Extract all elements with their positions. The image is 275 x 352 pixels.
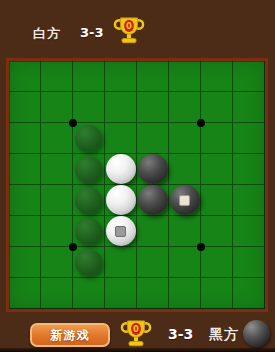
board-cell[interactable] — [73, 92, 105, 123]
board-cell[interactable] — [73, 216, 105, 247]
legal-move-hint[interactable] — [75, 125, 102, 152]
board-cell[interactable] — [9, 185, 41, 216]
board-cell[interactable] — [201, 61, 233, 92]
white-score: 3-3 — [80, 25, 104, 40]
bottom-edge-shadow — [0, 348, 275, 352]
board-cell[interactable] — [73, 154, 105, 185]
trophy-icon: 0 — [112, 16, 146, 46]
board-cell[interactable] — [41, 278, 73, 309]
board-cell[interactable] — [169, 247, 201, 278]
trophy-count: 0 — [133, 324, 139, 334]
board-cell[interactable] — [9, 216, 41, 247]
board-cell[interactable] — [137, 216, 169, 247]
board-cell[interactable] — [233, 123, 265, 154]
board-cell[interactable] — [73, 278, 105, 309]
board-cell[interactable] — [9, 278, 41, 309]
board-cell[interactable] — [73, 185, 105, 216]
star-dot — [69, 119, 77, 127]
top-bar: 白方 3-3 0 — [0, 0, 275, 58]
board-cell[interactable] — [9, 247, 41, 278]
black-disc — [138, 185, 168, 215]
board-cell[interactable] — [137, 154, 169, 185]
board-cell[interactable] — [169, 154, 201, 185]
board-cell[interactable] — [233, 154, 265, 185]
star-dot — [197, 119, 205, 127]
new-game-button[interactable]: 新游戏 — [30, 323, 110, 347]
board-cell[interactable] — [9, 61, 41, 92]
legal-move-hint[interactable] — [75, 249, 102, 276]
legal-move-hint[interactable] — [75, 218, 102, 245]
board-cell[interactable] — [137, 92, 169, 123]
board-cell[interactable] — [169, 61, 201, 92]
board-cell[interactable] — [137, 247, 169, 278]
board-cell[interactable] — [169, 185, 201, 216]
board-cell[interactable] — [73, 123, 105, 154]
board-cell[interactable] — [9, 123, 41, 154]
board-cell[interactable] — [105, 123, 137, 154]
board-cell[interactable] — [169, 216, 201, 247]
board-cell[interactable] — [41, 61, 73, 92]
board-cell[interactable] — [105, 92, 137, 123]
board-cell[interactable] — [233, 216, 265, 247]
board-cell[interactable] — [201, 154, 233, 185]
black-stone-icon — [243, 320, 270, 347]
board-cell[interactable] — [41, 92, 73, 123]
star-dot — [69, 243, 77, 251]
board-cell[interactable] — [233, 247, 265, 278]
board-cell[interactable] — [41, 216, 73, 247]
bottom-bar: 新游戏 0 3-3 黑方 — [0, 312, 275, 352]
board-cell[interactable] — [41, 154, 73, 185]
board-cell[interactable] — [201, 278, 233, 309]
board-cell[interactable] — [41, 123, 73, 154]
board-cell[interactable] — [233, 61, 265, 92]
board-cell[interactable] — [201, 92, 233, 123]
board-cell[interactable] — [105, 278, 137, 309]
board-cell[interactable] — [105, 185, 137, 216]
star-dot — [197, 243, 205, 251]
board-cell[interactable] — [233, 185, 265, 216]
white-disc — [106, 216, 136, 246]
board-cell[interactable] — [73, 61, 105, 92]
board-cell[interactable] — [73, 247, 105, 278]
last-move-marker — [179, 195, 190, 206]
board-cell[interactable] — [201, 216, 233, 247]
board-cell[interactable] — [137, 185, 169, 216]
last-move-marker — [115, 226, 126, 237]
board-cell[interactable] — [201, 123, 233, 154]
board-cell[interactable] — [169, 278, 201, 309]
othello-app: { "game": "othello (reversi)", "position… — [0, 0, 275, 352]
white-disc — [106, 154, 136, 184]
board-cell[interactable] — [137, 278, 169, 309]
board-cell[interactable] — [201, 247, 233, 278]
trophy-icon: 0 — [119, 319, 153, 349]
legal-move-hint[interactable] — [75, 156, 102, 183]
black-disc — [138, 154, 168, 184]
board-cell[interactable] — [105, 247, 137, 278]
board — [6, 58, 268, 312]
black-player-label: 黑方 — [209, 326, 239, 344]
board-cell[interactable] — [41, 185, 73, 216]
trophy-count: 0 — [126, 21, 132, 31]
board-cell[interactable] — [105, 154, 137, 185]
board-cell[interactable] — [9, 154, 41, 185]
board-cell[interactable] — [233, 92, 265, 123]
board-cell[interactable] — [169, 92, 201, 123]
black-disc — [170, 185, 200, 215]
board-cell[interactable] — [137, 123, 169, 154]
board-cell[interactable] — [201, 185, 233, 216]
board-grid — [9, 61, 265, 309]
board-cell[interactable] — [9, 92, 41, 123]
board-cell[interactable] — [137, 61, 169, 92]
board-cell[interactable] — [169, 123, 201, 154]
white-disc — [106, 185, 136, 215]
white-player-label: 白方 — [33, 25, 61, 43]
board-cell[interactable] — [233, 278, 265, 309]
legal-move-hint[interactable] — [75, 187, 102, 214]
board-cell[interactable] — [105, 61, 137, 92]
board-cell[interactable] — [41, 247, 73, 278]
black-score: 3-3 — [168, 326, 193, 342]
board-cell[interactable] — [105, 216, 137, 247]
